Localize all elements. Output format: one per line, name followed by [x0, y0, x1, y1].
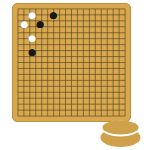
board-intersection[interactable] — [49, 20, 57, 29]
board-intersection[interactable] — [123, 34, 128, 43]
board-intersection[interactable] — [36, 48, 44, 57]
board-intersection[interactable] — [49, 34, 57, 43]
stone-bowl-lid[interactable] — [103, 121, 139, 135]
board-intersection[interactable] — [123, 11, 128, 20]
go-board: ●●●●●● — [12, 3, 131, 122]
board-intersection[interactable] — [123, 48, 128, 57]
white-stone[interactable]: ● — [20, 20, 28, 29]
board-intersection[interactable] — [49, 114, 57, 119]
white-stone[interactable]: ● — [28, 11, 36, 20]
board-intersection[interactable] — [49, 48, 57, 57]
screenshot-canvas: ●●●●●● — [0, 0, 150, 150]
board-intersection[interactable] — [28, 114, 36, 119]
board-intersection[interactable] — [20, 114, 28, 119]
board-intersection[interactable]: ● — [20, 20, 28, 29]
stone-bowl[interactable] — [98, 117, 144, 149]
black-stone[interactable]: ● — [49, 11, 57, 20]
black-stone[interactable]: ● — [36, 20, 44, 29]
board-intersection[interactable]: ● — [28, 48, 36, 57]
board-intersections: ●●●●●● — [15, 6, 128, 119]
board-intersection[interactable] — [36, 34, 44, 43]
black-stone[interactable]: ● — [28, 48, 36, 57]
board-intersection[interactable] — [123, 20, 128, 29]
board-intersection[interactable]: ● — [28, 34, 36, 43]
board-intersection[interactable]: ● — [36, 20, 44, 29]
board-intersection[interactable] — [36, 114, 44, 119]
board-intersection[interactable]: ● — [49, 11, 57, 20]
board-intersection[interactable]: ● — [28, 11, 36, 20]
board-intersection[interactable] — [28, 20, 36, 29]
white-stone[interactable]: ● — [28, 34, 36, 43]
